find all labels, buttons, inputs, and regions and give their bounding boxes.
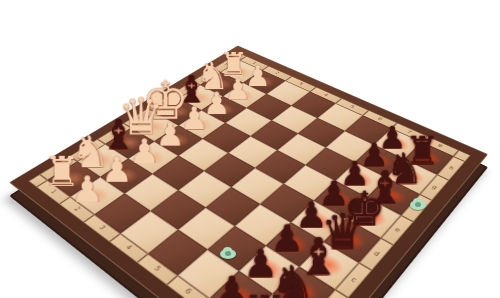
clasp-icon	[219, 247, 237, 261]
coordinate-label: 2	[72, 206, 81, 212]
coordinate-label: 5	[152, 265, 162, 273]
piece-white-pawn[interactable]: ♟	[71, 172, 103, 206]
chess-board: 12345678h♜♟♟♜hg♞♟♟♞gf♝♟♟♝fe♚♟♟♚ed♛♟♟♛dc♝…	[9, 45, 488, 298]
coordinate-label: 3	[97, 225, 106, 232]
piece-white-pawn[interactable]: ♟	[129, 135, 159, 167]
coordinate-label: 4	[124, 244, 134, 251]
coordinate-label: c	[350, 276, 359, 284]
coordinate-label: 2	[274, 71, 280, 75]
coordinate-label: 6	[183, 288, 193, 296]
coordinate-label: 4	[322, 93, 329, 97]
piece-black-rook[interactable]: ♜	[241, 290, 288, 298]
clasp-icon	[409, 198, 427, 212]
piece-white-pawn[interactable]: ♟	[156, 119, 185, 150]
coordinate-label: d	[372, 250, 381, 257]
coordinate-label: e	[393, 227, 401, 234]
square-d4[interactable]	[204, 153, 255, 187]
chess-set-photo: 12345678h♜♟♟♜hg♞♟♟♞gf♝♟♟♝fe♚♟♟♚ed♛♟♟♛dc♝…	[0, 0, 500, 298]
coordinate-label: h	[448, 165, 455, 170]
piece-white-pawn[interactable]: ♟	[101, 153, 132, 186]
coordinate-label: 5	[349, 105, 356, 109]
coordinate-label: g	[431, 184, 439, 190]
coordinate-label: 1	[49, 189, 58, 195]
chess-board-wrap: 12345678h♜♟♟♜hg♞♟♟♞gf♝♟♟♝fe♚♟♟♚ed♛♟♟♛dc♝…	[9, 45, 488, 298]
coordinate-label: 3	[297, 82, 304, 86]
